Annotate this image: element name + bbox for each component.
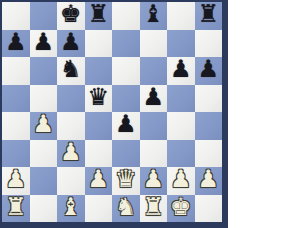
square-b4[interactable]: ♟ bbox=[30, 112, 58, 140]
square-f8[interactable]: ♝ bbox=[140, 2, 168, 30]
square-a7[interactable]: ♟ bbox=[2, 30, 30, 58]
black-knight[interactable]: ♞ bbox=[60, 57, 82, 84]
square-h3[interactable] bbox=[195, 140, 223, 168]
black-pawn[interactable]: ♟ bbox=[60, 30, 82, 57]
square-e6[interactable] bbox=[112, 57, 140, 85]
white-queen[interactable]: ♛ bbox=[115, 167, 137, 194]
square-h2[interactable]: ♟ bbox=[195, 167, 223, 195]
square-f3[interactable] bbox=[140, 140, 168, 168]
square-a2[interactable]: ♟ bbox=[2, 167, 30, 195]
square-e3[interactable] bbox=[112, 140, 140, 168]
square-c2[interactable] bbox=[57, 167, 85, 195]
square-h7[interactable] bbox=[195, 30, 223, 58]
square-g7[interactable] bbox=[167, 30, 195, 58]
white-knight[interactable]: ♞ bbox=[115, 195, 137, 222]
square-b5[interactable] bbox=[30, 85, 58, 113]
square-c3[interactable]: ♟ bbox=[57, 140, 85, 168]
square-a5[interactable] bbox=[2, 85, 30, 113]
square-g8[interactable] bbox=[167, 2, 195, 30]
white-pawn[interactable]: ♟ bbox=[32, 112, 54, 139]
square-e5[interactable] bbox=[112, 85, 140, 113]
square-f6[interactable] bbox=[140, 57, 168, 85]
square-a3[interactable] bbox=[2, 140, 30, 168]
white-pawn[interactable]: ♟ bbox=[142, 167, 164, 194]
square-b8[interactable] bbox=[30, 2, 58, 30]
square-h6[interactable]: ♟ bbox=[195, 57, 223, 85]
square-g2[interactable]: ♟ bbox=[167, 167, 195, 195]
square-g5[interactable] bbox=[167, 85, 195, 113]
square-c8[interactable]: ♚ bbox=[57, 2, 85, 30]
white-pawn[interactable]: ♟ bbox=[87, 167, 109, 194]
black-king[interactable]: ♚ bbox=[60, 2, 82, 29]
square-f1[interactable]: ♜ bbox=[140, 195, 168, 223]
black-pawn[interactable]: ♟ bbox=[5, 30, 27, 57]
square-f4[interactable] bbox=[140, 112, 168, 140]
square-a6[interactable] bbox=[2, 57, 30, 85]
black-pawn[interactable]: ♟ bbox=[115, 112, 137, 139]
black-bishop[interactable]: ♝ bbox=[142, 2, 164, 29]
black-pawn[interactable]: ♟ bbox=[197, 57, 219, 84]
square-e2[interactable]: ♛ bbox=[112, 167, 140, 195]
white-rook[interactable]: ♜ bbox=[142, 195, 164, 222]
white-pawn[interactable]: ♟ bbox=[5, 167, 27, 194]
square-a1[interactable]: ♜ bbox=[2, 195, 30, 223]
white-pawn[interactable]: ♟ bbox=[170, 167, 192, 194]
chess-board: ♚♜♝♜♟♟♟♞♟♟♛♟♟♟♟♟♟♛♟♟♟♜♝♞♜♚ bbox=[0, 0, 228, 228]
square-e4[interactable]: ♟ bbox=[112, 112, 140, 140]
square-d1[interactable] bbox=[85, 195, 113, 223]
square-g3[interactable] bbox=[167, 140, 195, 168]
square-h4[interactable] bbox=[195, 112, 223, 140]
square-d4[interactable] bbox=[85, 112, 113, 140]
square-a8[interactable] bbox=[2, 2, 30, 30]
square-e1[interactable]: ♞ bbox=[112, 195, 140, 223]
square-c6[interactable]: ♞ bbox=[57, 57, 85, 85]
square-a4[interactable] bbox=[2, 112, 30, 140]
square-h1[interactable] bbox=[195, 195, 223, 223]
white-bishop[interactable]: ♝ bbox=[60, 195, 82, 222]
square-c5[interactable] bbox=[57, 85, 85, 113]
square-d3[interactable] bbox=[85, 140, 113, 168]
chess-board-grid: ♚♜♝♜♟♟♟♞♟♟♛♟♟♟♟♟♟♛♟♟♟♜♝♞♜♚ bbox=[2, 2, 222, 222]
square-h8[interactable]: ♜ bbox=[195, 2, 223, 30]
black-rook[interactable]: ♜ bbox=[197, 2, 219, 29]
square-c4[interactable] bbox=[57, 112, 85, 140]
white-rook[interactable]: ♜ bbox=[5, 195, 27, 222]
square-c7[interactable]: ♟ bbox=[57, 30, 85, 58]
square-e8[interactable] bbox=[112, 2, 140, 30]
square-b7[interactable]: ♟ bbox=[30, 30, 58, 58]
black-pawn[interactable]: ♟ bbox=[142, 85, 164, 112]
square-f2[interactable]: ♟ bbox=[140, 167, 168, 195]
square-f5[interactable]: ♟ bbox=[140, 85, 168, 113]
white-king[interactable]: ♚ bbox=[170, 195, 192, 222]
square-b6[interactable] bbox=[30, 57, 58, 85]
black-queen[interactable]: ♛ bbox=[87, 85, 109, 112]
square-d7[interactable] bbox=[85, 30, 113, 58]
screenshot-canvas: ♚♜♝♜♟♟♟♞♟♟♛♟♟♟♟♟♟♛♟♟♟♜♝♞♜♚ bbox=[0, 0, 300, 228]
square-h5[interactable] bbox=[195, 85, 223, 113]
square-e7[interactable] bbox=[112, 30, 140, 58]
square-b2[interactable] bbox=[30, 167, 58, 195]
square-g6[interactable]: ♟ bbox=[167, 57, 195, 85]
white-pawn[interactable]: ♟ bbox=[197, 167, 219, 194]
square-g4[interactable] bbox=[167, 112, 195, 140]
square-c1[interactable]: ♝ bbox=[57, 195, 85, 223]
square-d8[interactable]: ♜ bbox=[85, 2, 113, 30]
black-pawn[interactable]: ♟ bbox=[32, 30, 54, 57]
black-pawn[interactable]: ♟ bbox=[170, 57, 192, 84]
black-rook[interactable]: ♜ bbox=[87, 2, 109, 29]
square-g1[interactable]: ♚ bbox=[167, 195, 195, 223]
square-b1[interactable] bbox=[30, 195, 58, 223]
square-d6[interactable] bbox=[85, 57, 113, 85]
square-f7[interactable] bbox=[140, 30, 168, 58]
square-d5[interactable]: ♛ bbox=[85, 85, 113, 113]
white-pawn[interactable]: ♟ bbox=[60, 140, 82, 167]
square-b3[interactable] bbox=[30, 140, 58, 168]
square-d2[interactable]: ♟ bbox=[85, 167, 113, 195]
